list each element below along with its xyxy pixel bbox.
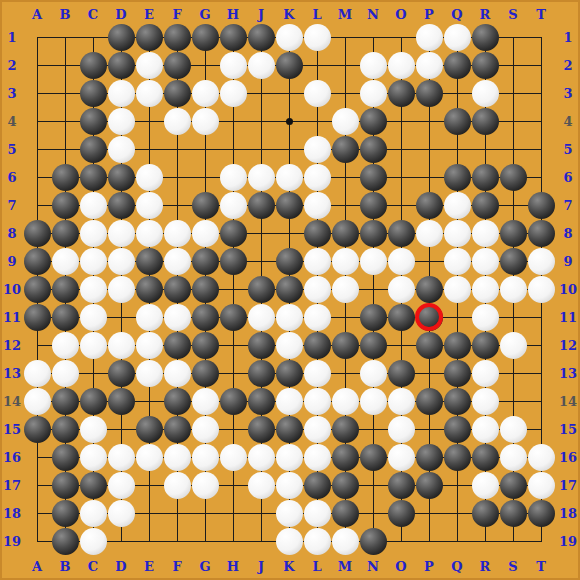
intersection-H4[interactable]	[219, 107, 247, 135]
intersection-O9[interactable]	[387, 247, 415, 275]
intersection-E3[interactable]	[135, 79, 163, 107]
intersection-C8[interactable]	[79, 219, 107, 247]
intersection-H11[interactable]	[219, 303, 247, 331]
intersection-N6[interactable]	[359, 163, 387, 191]
intersection-T1[interactable]	[527, 23, 555, 51]
intersection-K17[interactable]	[275, 471, 303, 499]
intersection-Q14[interactable]	[443, 387, 471, 415]
intersection-Q18[interactable]	[443, 499, 471, 527]
intersection-H18[interactable]	[219, 499, 247, 527]
intersection-H5[interactable]	[219, 135, 247, 163]
intersection-K9[interactable]	[275, 247, 303, 275]
intersection-G5[interactable]	[191, 135, 219, 163]
intersection-G18[interactable]	[191, 499, 219, 527]
intersection-L1[interactable]	[303, 23, 331, 51]
intersection-T18[interactable]	[527, 499, 555, 527]
intersection-P12[interactable]	[415, 331, 443, 359]
intersection-D19[interactable]	[107, 527, 135, 555]
intersection-T3[interactable]	[527, 79, 555, 107]
intersection-D1[interactable]	[107, 23, 135, 51]
intersection-T6[interactable]	[527, 163, 555, 191]
intersection-M11[interactable]	[331, 303, 359, 331]
intersection-K16[interactable]	[275, 443, 303, 471]
intersection-A4[interactable]	[23, 107, 51, 135]
intersection-A17[interactable]	[23, 471, 51, 499]
intersection-H15[interactable]	[219, 415, 247, 443]
intersection-R19[interactable]	[471, 527, 499, 555]
intersection-T10[interactable]	[527, 275, 555, 303]
intersection-J4[interactable]	[247, 107, 275, 135]
intersection-E4[interactable]	[135, 107, 163, 135]
intersection-T17[interactable]	[527, 471, 555, 499]
intersection-Q8[interactable]	[443, 219, 471, 247]
intersection-A19[interactable]	[23, 527, 51, 555]
intersection-C11[interactable]	[79, 303, 107, 331]
intersection-F5[interactable]	[163, 135, 191, 163]
intersection-C10[interactable]	[79, 275, 107, 303]
intersection-S19[interactable]	[499, 527, 527, 555]
intersection-S4[interactable]	[499, 107, 527, 135]
intersection-L11[interactable]	[303, 303, 331, 331]
intersection-D2[interactable]	[107, 51, 135, 79]
intersection-M2[interactable]	[331, 51, 359, 79]
intersection-C18[interactable]	[79, 499, 107, 527]
intersection-G19[interactable]	[191, 527, 219, 555]
intersection-B17[interactable]	[51, 471, 79, 499]
intersection-F16[interactable]	[163, 443, 191, 471]
intersection-H17[interactable]	[219, 471, 247, 499]
intersection-A7[interactable]	[23, 191, 51, 219]
intersection-D11[interactable]	[107, 303, 135, 331]
intersection-D4[interactable]	[107, 107, 135, 135]
intersection-S16[interactable]	[499, 443, 527, 471]
intersection-F9[interactable]	[163, 247, 191, 275]
intersection-K4[interactable]	[275, 107, 303, 135]
intersection-A9[interactable]	[23, 247, 51, 275]
intersection-D17[interactable]	[107, 471, 135, 499]
intersection-F10[interactable]	[163, 275, 191, 303]
intersection-T13[interactable]	[527, 359, 555, 387]
intersection-P4[interactable]	[415, 107, 443, 135]
intersection-T7[interactable]	[527, 191, 555, 219]
intersection-R3[interactable]	[471, 79, 499, 107]
intersection-D13[interactable]	[107, 359, 135, 387]
intersection-G17[interactable]	[191, 471, 219, 499]
intersection-T5[interactable]	[527, 135, 555, 163]
intersection-G13[interactable]	[191, 359, 219, 387]
intersection-R5[interactable]	[471, 135, 499, 163]
intersection-C6[interactable]	[79, 163, 107, 191]
intersection-E15[interactable]	[135, 415, 163, 443]
intersection-J11[interactable]	[247, 303, 275, 331]
intersection-C4[interactable]	[79, 107, 107, 135]
intersection-T2[interactable]	[527, 51, 555, 79]
intersection-C2[interactable]	[79, 51, 107, 79]
intersection-C16[interactable]	[79, 443, 107, 471]
intersection-E12[interactable]	[135, 331, 163, 359]
intersection-M14[interactable]	[331, 387, 359, 415]
intersection-L10[interactable]	[303, 275, 331, 303]
intersection-B18[interactable]	[51, 499, 79, 527]
intersection-N19[interactable]	[359, 527, 387, 555]
intersection-L3[interactable]	[303, 79, 331, 107]
intersection-S15[interactable]	[499, 415, 527, 443]
intersection-M8[interactable]	[331, 219, 359, 247]
intersection-L7[interactable]	[303, 191, 331, 219]
intersection-R1[interactable]	[471, 23, 499, 51]
intersection-E6[interactable]	[135, 163, 163, 191]
intersection-D7[interactable]	[107, 191, 135, 219]
intersection-B6[interactable]	[51, 163, 79, 191]
intersection-H19[interactable]	[219, 527, 247, 555]
intersection-A3[interactable]	[23, 79, 51, 107]
intersection-A15[interactable]	[23, 415, 51, 443]
intersection-Q6[interactable]	[443, 163, 471, 191]
intersection-T4[interactable]	[527, 107, 555, 135]
intersection-Q3[interactable]	[443, 79, 471, 107]
intersection-C14[interactable]	[79, 387, 107, 415]
intersection-N1[interactable]	[359, 23, 387, 51]
intersection-E5[interactable]	[135, 135, 163, 163]
intersection-R17[interactable]	[471, 471, 499, 499]
intersection-C13[interactable]	[79, 359, 107, 387]
intersection-L12[interactable]	[303, 331, 331, 359]
intersection-J7[interactable]	[247, 191, 275, 219]
intersection-N17[interactable]	[359, 471, 387, 499]
intersection-B7[interactable]	[51, 191, 79, 219]
intersection-J2[interactable]	[247, 51, 275, 79]
intersection-S6[interactable]	[499, 163, 527, 191]
intersection-O10[interactable]	[387, 275, 415, 303]
intersection-E19[interactable]	[135, 527, 163, 555]
intersection-C17[interactable]	[79, 471, 107, 499]
intersection-Q2[interactable]	[443, 51, 471, 79]
intersection-C5[interactable]	[79, 135, 107, 163]
intersection-F3[interactable]	[163, 79, 191, 107]
intersection-G16[interactable]	[191, 443, 219, 471]
intersection-J15[interactable]	[247, 415, 275, 443]
intersection-R6[interactable]	[471, 163, 499, 191]
intersection-K18[interactable]	[275, 499, 303, 527]
intersection-L6[interactable]	[303, 163, 331, 191]
intersection-M17[interactable]	[331, 471, 359, 499]
intersection-G1[interactable]	[191, 23, 219, 51]
intersection-F18[interactable]	[163, 499, 191, 527]
intersection-G14[interactable]	[191, 387, 219, 415]
intersection-J13[interactable]	[247, 359, 275, 387]
intersection-R10[interactable]	[471, 275, 499, 303]
intersection-E7[interactable]	[135, 191, 163, 219]
intersection-G9[interactable]	[191, 247, 219, 275]
intersection-T8[interactable]	[527, 219, 555, 247]
intersection-O15[interactable]	[387, 415, 415, 443]
intersection-L15[interactable]	[303, 415, 331, 443]
intersection-B19[interactable]	[51, 527, 79, 555]
intersection-A11[interactable]	[23, 303, 51, 331]
intersection-D18[interactable]	[107, 499, 135, 527]
intersection-H14[interactable]	[219, 387, 247, 415]
intersection-M13[interactable]	[331, 359, 359, 387]
intersection-K14[interactable]	[275, 387, 303, 415]
intersection-Q13[interactable]	[443, 359, 471, 387]
intersection-L4[interactable]	[303, 107, 331, 135]
intersection-D14[interactable]	[107, 387, 135, 415]
intersection-B5[interactable]	[51, 135, 79, 163]
intersection-S17[interactable]	[499, 471, 527, 499]
intersection-B13[interactable]	[51, 359, 79, 387]
intersection-L8[interactable]	[303, 219, 331, 247]
intersection-K7[interactable]	[275, 191, 303, 219]
intersection-O12[interactable]	[387, 331, 415, 359]
intersection-O8[interactable]	[387, 219, 415, 247]
intersection-C9[interactable]	[79, 247, 107, 275]
intersection-P14[interactable]	[415, 387, 443, 415]
intersection-F12[interactable]	[163, 331, 191, 359]
intersection-A18[interactable]	[23, 499, 51, 527]
intersection-A14[interactable]	[23, 387, 51, 415]
intersection-G4[interactable]	[191, 107, 219, 135]
intersection-K11[interactable]	[275, 303, 303, 331]
intersection-L18[interactable]	[303, 499, 331, 527]
intersection-S14[interactable]	[499, 387, 527, 415]
intersection-E8[interactable]	[135, 219, 163, 247]
intersection-Q12[interactable]	[443, 331, 471, 359]
intersection-P17[interactable]	[415, 471, 443, 499]
intersection-O13[interactable]	[387, 359, 415, 387]
intersection-H9[interactable]	[219, 247, 247, 275]
intersection-N12[interactable]	[359, 331, 387, 359]
intersection-P3[interactable]	[415, 79, 443, 107]
intersection-F13[interactable]	[163, 359, 191, 387]
intersection-M19[interactable]	[331, 527, 359, 555]
intersection-S10[interactable]	[499, 275, 527, 303]
intersection-P15[interactable]	[415, 415, 443, 443]
intersection-R8[interactable]	[471, 219, 499, 247]
intersection-R14[interactable]	[471, 387, 499, 415]
intersection-J3[interactable]	[247, 79, 275, 107]
intersection-O4[interactable]	[387, 107, 415, 135]
intersection-K2[interactable]	[275, 51, 303, 79]
intersection-O2[interactable]	[387, 51, 415, 79]
intersection-P19[interactable]	[415, 527, 443, 555]
intersection-S12[interactable]	[499, 331, 527, 359]
intersection-L5[interactable]	[303, 135, 331, 163]
intersection-S7[interactable]	[499, 191, 527, 219]
intersection-O16[interactable]	[387, 443, 415, 471]
intersection-P1[interactable]	[415, 23, 443, 51]
intersection-A10[interactable]	[23, 275, 51, 303]
intersection-H8[interactable]	[219, 219, 247, 247]
intersection-O5[interactable]	[387, 135, 415, 163]
intersection-S11[interactable]	[499, 303, 527, 331]
intersection-Q9[interactable]	[443, 247, 471, 275]
intersection-E18[interactable]	[135, 499, 163, 527]
intersection-S1[interactable]	[499, 23, 527, 51]
intersection-H10[interactable]	[219, 275, 247, 303]
intersection-J5[interactable]	[247, 135, 275, 163]
intersection-B9[interactable]	[51, 247, 79, 275]
intersection-L17[interactable]	[303, 471, 331, 499]
intersection-P13[interactable]	[415, 359, 443, 387]
intersection-S9[interactable]	[499, 247, 527, 275]
intersection-E14[interactable]	[135, 387, 163, 415]
intersection-J8[interactable]	[247, 219, 275, 247]
intersection-A2[interactable]	[23, 51, 51, 79]
intersection-B1[interactable]	[51, 23, 79, 51]
intersection-G3[interactable]	[191, 79, 219, 107]
intersection-G7[interactable]	[191, 191, 219, 219]
intersection-C3[interactable]	[79, 79, 107, 107]
intersection-R15[interactable]	[471, 415, 499, 443]
intersection-M7[interactable]	[331, 191, 359, 219]
intersection-C1[interactable]	[79, 23, 107, 51]
intersection-P2[interactable]	[415, 51, 443, 79]
intersection-F14[interactable]	[163, 387, 191, 415]
intersection-G6[interactable]	[191, 163, 219, 191]
intersection-F17[interactable]	[163, 471, 191, 499]
intersection-N7[interactable]	[359, 191, 387, 219]
intersection-D3[interactable]	[107, 79, 135, 107]
intersection-P11[interactable]	[415, 303, 443, 331]
intersection-F6[interactable]	[163, 163, 191, 191]
intersection-N14[interactable]	[359, 387, 387, 415]
intersection-P8[interactable]	[415, 219, 443, 247]
intersection-J14[interactable]	[247, 387, 275, 415]
intersection-C19[interactable]	[79, 527, 107, 555]
go-board[interactable]	[23, 23, 555, 555]
intersection-M10[interactable]	[331, 275, 359, 303]
intersection-B12[interactable]	[51, 331, 79, 359]
intersection-O3[interactable]	[387, 79, 415, 107]
intersection-N3[interactable]	[359, 79, 387, 107]
intersection-S3[interactable]	[499, 79, 527, 107]
intersection-T16[interactable]	[527, 443, 555, 471]
intersection-B4[interactable]	[51, 107, 79, 135]
intersection-N15[interactable]	[359, 415, 387, 443]
intersection-E9[interactable]	[135, 247, 163, 275]
intersection-Q7[interactable]	[443, 191, 471, 219]
intersection-K12[interactable]	[275, 331, 303, 359]
intersection-M6[interactable]	[331, 163, 359, 191]
intersection-G11[interactable]	[191, 303, 219, 331]
intersection-H12[interactable]	[219, 331, 247, 359]
intersection-D12[interactable]	[107, 331, 135, 359]
intersection-G12[interactable]	[191, 331, 219, 359]
intersection-N8[interactable]	[359, 219, 387, 247]
intersection-B3[interactable]	[51, 79, 79, 107]
intersection-K10[interactable]	[275, 275, 303, 303]
intersection-R4[interactable]	[471, 107, 499, 135]
intersection-O19[interactable]	[387, 527, 415, 555]
intersection-P9[interactable]	[415, 247, 443, 275]
intersection-N4[interactable]	[359, 107, 387, 135]
intersection-L9[interactable]	[303, 247, 331, 275]
intersection-T11[interactable]	[527, 303, 555, 331]
intersection-E13[interactable]	[135, 359, 163, 387]
intersection-N2[interactable]	[359, 51, 387, 79]
intersection-L19[interactable]	[303, 527, 331, 555]
intersection-M5[interactable]	[331, 135, 359, 163]
intersection-D5[interactable]	[107, 135, 135, 163]
intersection-G2[interactable]	[191, 51, 219, 79]
intersection-R16[interactable]	[471, 443, 499, 471]
intersection-H1[interactable]	[219, 23, 247, 51]
intersection-F11[interactable]	[163, 303, 191, 331]
intersection-D15[interactable]	[107, 415, 135, 443]
intersection-S13[interactable]	[499, 359, 527, 387]
intersection-R12[interactable]	[471, 331, 499, 359]
intersection-S5[interactable]	[499, 135, 527, 163]
intersection-S18[interactable]	[499, 499, 527, 527]
intersection-E11[interactable]	[135, 303, 163, 331]
intersection-T12[interactable]	[527, 331, 555, 359]
intersection-F8[interactable]	[163, 219, 191, 247]
intersection-R11[interactable]	[471, 303, 499, 331]
intersection-J9[interactable]	[247, 247, 275, 275]
intersection-O17[interactable]	[387, 471, 415, 499]
intersection-C12[interactable]	[79, 331, 107, 359]
intersection-A1[interactable]	[23, 23, 51, 51]
intersection-J1[interactable]	[247, 23, 275, 51]
intersection-M3[interactable]	[331, 79, 359, 107]
intersection-E10[interactable]	[135, 275, 163, 303]
intersection-B14[interactable]	[51, 387, 79, 415]
intersection-S8[interactable]	[499, 219, 527, 247]
intersection-D9[interactable]	[107, 247, 135, 275]
intersection-L14[interactable]	[303, 387, 331, 415]
intersection-H16[interactable]	[219, 443, 247, 471]
intersection-Q11[interactable]	[443, 303, 471, 331]
intersection-A13[interactable]	[23, 359, 51, 387]
intersection-E17[interactable]	[135, 471, 163, 499]
intersection-O18[interactable]	[387, 499, 415, 527]
intersection-L16[interactable]	[303, 443, 331, 471]
intersection-N10[interactable]	[359, 275, 387, 303]
intersection-F2[interactable]	[163, 51, 191, 79]
intersection-A12[interactable]	[23, 331, 51, 359]
intersection-S2[interactable]	[499, 51, 527, 79]
intersection-K15[interactable]	[275, 415, 303, 443]
intersection-R7[interactable]	[471, 191, 499, 219]
intersection-E16[interactable]	[135, 443, 163, 471]
intersection-D6[interactable]	[107, 163, 135, 191]
intersection-H2[interactable]	[219, 51, 247, 79]
intersection-P7[interactable]	[415, 191, 443, 219]
intersection-M12[interactable]	[331, 331, 359, 359]
intersection-N13[interactable]	[359, 359, 387, 387]
intersection-A6[interactable]	[23, 163, 51, 191]
intersection-N11[interactable]	[359, 303, 387, 331]
intersection-J12[interactable]	[247, 331, 275, 359]
intersection-K19[interactable]	[275, 527, 303, 555]
intersection-K8[interactable]	[275, 219, 303, 247]
intersection-P10[interactable]	[415, 275, 443, 303]
intersection-J6[interactable]	[247, 163, 275, 191]
intersection-N9[interactable]	[359, 247, 387, 275]
intersection-L13[interactable]	[303, 359, 331, 387]
intersection-D8[interactable]	[107, 219, 135, 247]
intersection-H3[interactable]	[219, 79, 247, 107]
intersection-B11[interactable]	[51, 303, 79, 331]
intersection-H13[interactable]	[219, 359, 247, 387]
intersection-P18[interactable]	[415, 499, 443, 527]
intersection-B8[interactable]	[51, 219, 79, 247]
intersection-M15[interactable]	[331, 415, 359, 443]
intersection-Q15[interactable]	[443, 415, 471, 443]
intersection-D10[interactable]	[107, 275, 135, 303]
intersection-T19[interactable]	[527, 527, 555, 555]
intersection-M16[interactable]	[331, 443, 359, 471]
